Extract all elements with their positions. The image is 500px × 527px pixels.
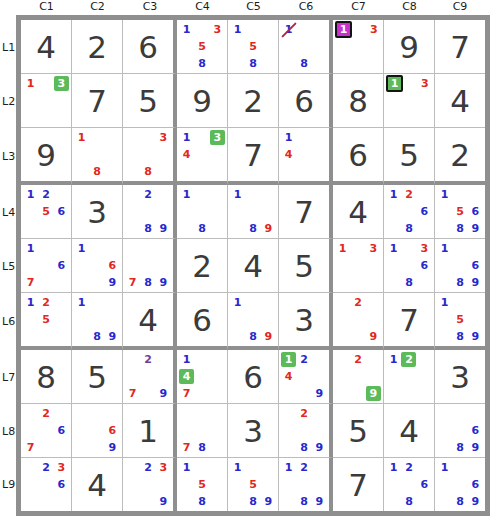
candidate-5: 5 bbox=[245, 38, 260, 55]
candidate-1: 1 bbox=[23, 75, 38, 92]
candidate-6: 6 bbox=[54, 203, 69, 220]
cell-L6C9[interactable]: 1589 bbox=[435, 293, 485, 350]
candidate-9: 9 bbox=[105, 439, 120, 456]
cell-value: 4 bbox=[123, 293, 173, 346]
candidate-2: 2 bbox=[350, 294, 365, 311]
cell-L7C8[interactable]: 12 bbox=[384, 350, 435, 404]
candidate-3: 3 bbox=[210, 129, 225, 146]
candidates-grid: 14 bbox=[281, 129, 327, 180]
cell-value: 6 bbox=[123, 20, 173, 73]
candidate-8: 8 bbox=[452, 493, 467, 510]
candidates-grid: 78 bbox=[179, 405, 225, 456]
candidate-8: 8 bbox=[401, 220, 416, 237]
row-label-L6: L6 bbox=[0, 293, 16, 350]
candidate-6: 6 bbox=[105, 257, 120, 274]
cell-L1C7[interactable]: 13 bbox=[333, 20, 384, 74]
row-label-L9: L9 bbox=[0, 458, 16, 511]
cell-L5C9[interactable]: 1689 bbox=[435, 239, 485, 293]
candidate-1: 1 bbox=[386, 351, 401, 368]
candidate-1: 1 bbox=[23, 240, 38, 257]
candidate-3: 3 bbox=[54, 75, 69, 92]
candidates-grid: 147 bbox=[179, 351, 225, 402]
cell-value: 4 bbox=[384, 404, 434, 457]
cell-value: 7 bbox=[279, 185, 329, 238]
cell-value: 5 bbox=[333, 404, 383, 457]
cell-value: 2 bbox=[177, 239, 227, 292]
candidate-2: 2 bbox=[38, 186, 53, 203]
cell-value: 2 bbox=[435, 128, 485, 181]
cell-L1C1[interactable]: 4 bbox=[21, 20, 72, 74]
candidate-2: 2 bbox=[296, 405, 311, 422]
candidate-6: 6 bbox=[468, 257, 483, 274]
candidate-6: 6 bbox=[417, 257, 432, 274]
cell-value: 6 bbox=[177, 293, 227, 346]
candidate-9: 9 bbox=[156, 220, 171, 237]
cell-L7C2[interactable]: 5 bbox=[72, 350, 123, 404]
candidate-8: 8 bbox=[245, 220, 260, 237]
candidate-1: 1 bbox=[386, 75, 403, 92]
candidate-3: 3 bbox=[367, 21, 382, 38]
candidate-2: 2 bbox=[401, 351, 416, 368]
candidate-8: 8 bbox=[452, 274, 467, 291]
candidate-8: 8 bbox=[296, 55, 311, 72]
highlight-magenta-candidate-1: 1 bbox=[335, 21, 352, 38]
cell-L5C3[interactable]: 789 bbox=[123, 239, 177, 293]
cell-L9C8[interactable]: 1268 bbox=[384, 458, 435, 511]
candidate-8: 8 bbox=[194, 220, 209, 237]
candidates-grid: 13 bbox=[23, 75, 69, 126]
cell-L9C2[interactable]: 4 bbox=[72, 458, 123, 511]
cell-L6C3[interactable]: 4 bbox=[123, 293, 177, 350]
cell-value: 9 bbox=[21, 128, 71, 181]
col-label-C9: C9 bbox=[435, 0, 485, 15]
candidate-5: 5 bbox=[452, 203, 467, 220]
highlight-green-candidate-3: 3 bbox=[54, 76, 69, 91]
cell-L4C6[interactable]: 7 bbox=[279, 185, 333, 239]
candidates-grid: 289 bbox=[125, 186, 171, 237]
cell-L9C7[interactable]: 7 bbox=[333, 458, 384, 511]
candidate-9: 9 bbox=[261, 328, 276, 345]
cell-value: 2 bbox=[72, 20, 122, 73]
cell-L2C5[interactable]: 2 bbox=[228, 74, 279, 128]
candidate-6: 6 bbox=[54, 476, 69, 493]
cell-L8C8[interactable]: 4 bbox=[384, 404, 435, 458]
cell-L5C7[interactable]: 13 bbox=[333, 239, 384, 293]
candidate-6: 6 bbox=[468, 422, 483, 439]
candidate-2: 2 bbox=[350, 351, 365, 368]
candidate-9: 9 bbox=[156, 274, 171, 291]
candidate-4: 4 bbox=[179, 146, 194, 163]
candidate-9: 9 bbox=[105, 328, 120, 345]
candidate-2: 2 bbox=[38, 459, 53, 476]
candidates-grid: 279 bbox=[125, 351, 171, 402]
candidate-4: 4 bbox=[179, 368, 194, 385]
cell-value: 5 bbox=[123, 74, 173, 127]
cell-value: 9 bbox=[177, 74, 227, 127]
candidates-grid: 189 bbox=[230, 294, 276, 345]
cell-L2C4[interactable]: 9 bbox=[177, 74, 228, 128]
cell-L7C6[interactable]: 1249 bbox=[279, 350, 333, 404]
candidate-9: 9 bbox=[366, 328, 381, 345]
candidate-1: 1 bbox=[74, 129, 89, 146]
cell-value: 5 bbox=[279, 239, 329, 292]
cell-L8C9[interactable]: 689 bbox=[435, 404, 485, 458]
candidates-grid: 1268 bbox=[386, 186, 432, 237]
candidates-grid: 29 bbox=[335, 351, 381, 402]
cell-L3C2[interactable]: 18 bbox=[72, 128, 123, 185]
cell-L8C1[interactable]: 267 bbox=[21, 404, 72, 458]
cell-value: 3 bbox=[435, 350, 485, 403]
cell-value: 3 bbox=[279, 293, 329, 346]
cell-value: 3 bbox=[72, 185, 122, 238]
candidate-2: 2 bbox=[140, 186, 155, 203]
candidates-grid: 18 bbox=[179, 186, 225, 237]
col-label-C5: C5 bbox=[228, 0, 279, 15]
candidate-3: 3 bbox=[417, 240, 432, 257]
row-label-L2: L2 bbox=[0, 74, 16, 128]
sudoku-app: C1C2C3C4C5C6C7C8C9 L1L2L3L4L5L6L7L8L9 42… bbox=[0, 0, 500, 527]
candidate-9: 9 bbox=[468, 439, 483, 456]
cell-L5C5[interactable]: 4 bbox=[228, 239, 279, 293]
cell-L6C6[interactable]: 3 bbox=[279, 293, 333, 350]
candidate-9: 9 bbox=[312, 385, 327, 402]
candidate-1: 1 bbox=[179, 186, 194, 203]
cell-L8C6[interactable]: 289 bbox=[279, 404, 333, 458]
candidate-1: 1 bbox=[230, 21, 245, 38]
candidate-1: 1 bbox=[179, 129, 194, 146]
candidate-8: 8 bbox=[140, 163, 155, 180]
candidate-1: 1 bbox=[230, 186, 245, 203]
candidate-2: 2 bbox=[401, 459, 416, 476]
cell-L6C2[interactable]: 189 bbox=[72, 293, 123, 350]
col-label-C6: C6 bbox=[279, 0, 333, 15]
cell-L6C8[interactable]: 7 bbox=[384, 293, 435, 350]
candidate-5: 5 bbox=[194, 476, 209, 493]
candidate-7: 7 bbox=[179, 385, 194, 402]
cell-value: 9 bbox=[384, 20, 434, 73]
candidate-1: 1 bbox=[179, 459, 194, 476]
candidate-2: 2 bbox=[140, 351, 155, 368]
cell-L1C5[interactable]: 158 bbox=[228, 20, 279, 74]
cell-L2C3[interactable]: 5 bbox=[123, 74, 177, 128]
candidate-9: 9 bbox=[468, 274, 483, 291]
candidates-grid: 267 bbox=[23, 405, 69, 456]
cell-L3C6[interactable]: 14 bbox=[279, 128, 333, 185]
highlight-green-candidate-1: 1 bbox=[281, 352, 296, 367]
col-label-C8: C8 bbox=[384, 0, 435, 15]
candidates-grid: 158 bbox=[179, 459, 225, 510]
candidate-3: 3 bbox=[210, 21, 225, 38]
candidate-8: 8 bbox=[296, 493, 311, 510]
candidate-5: 5 bbox=[245, 476, 260, 493]
cell-L2C8[interactable]: 13 bbox=[384, 74, 435, 128]
cell-L2C1[interactable]: 13 bbox=[21, 74, 72, 128]
candidate-1: 1 bbox=[23, 294, 38, 311]
candidates-grid: 13 bbox=[386, 75, 432, 126]
cell-L3C8[interactable]: 5 bbox=[384, 128, 435, 185]
candidate-6: 6 bbox=[417, 476, 432, 493]
cell-L9C3[interactable]: 239 bbox=[123, 458, 177, 511]
row-label-L1: L1 bbox=[0, 20, 16, 74]
cell-L6C1[interactable]: 125 bbox=[21, 293, 72, 350]
candidate-8: 8 bbox=[194, 55, 209, 72]
candidate-1: 1 bbox=[386, 459, 401, 476]
cell-L3C3[interactable]: 38 bbox=[123, 128, 177, 185]
candidate-2: 2 bbox=[296, 459, 311, 476]
candidate-8: 8 bbox=[452, 220, 467, 237]
candidate-6: 6 bbox=[54, 422, 69, 439]
candidates-grid: 125 bbox=[23, 294, 69, 345]
candidate-8: 8 bbox=[245, 55, 260, 72]
cell-value: 7 bbox=[384, 293, 434, 346]
candidate-1: 1 bbox=[437, 294, 452, 311]
candidates-grid: 169 bbox=[74, 240, 120, 291]
candidate-2: 2 bbox=[296, 351, 311, 368]
cell-value: 2 bbox=[228, 74, 278, 127]
row-label-L7: L7 bbox=[0, 350, 16, 404]
candidate-1: 1 bbox=[74, 240, 89, 257]
cell-L1C6[interactable]: 18 bbox=[279, 20, 333, 74]
candidate-9: 9 bbox=[105, 274, 120, 291]
candidate-8: 8 bbox=[452, 439, 467, 456]
cell-L1C8[interactable]: 9 bbox=[384, 20, 435, 74]
candidate-7: 7 bbox=[125, 274, 140, 291]
candidate-9: 9 bbox=[261, 493, 276, 510]
cell-value: 3 bbox=[228, 404, 278, 457]
cell-L7C5[interactable]: 6 bbox=[228, 350, 279, 404]
candidate-2: 2 bbox=[140, 459, 155, 476]
candidates-grid: 1256 bbox=[23, 186, 69, 237]
cell-L9C4[interactable]: 158 bbox=[177, 458, 228, 511]
cell-L6C5[interactable]: 189 bbox=[228, 293, 279, 350]
cell-L4C5[interactable]: 189 bbox=[228, 185, 279, 239]
cell-L5C4[interactable]: 2 bbox=[177, 239, 228, 293]
candidate-5: 5 bbox=[194, 38, 209, 55]
candidates-grid: 689 bbox=[437, 405, 483, 456]
candidate-6: 6 bbox=[468, 476, 483, 493]
row-label-L5: L5 bbox=[0, 239, 16, 293]
candidate-8: 8 bbox=[194, 439, 209, 456]
cell-L4C4[interactable]: 18 bbox=[177, 185, 228, 239]
candidate-9: 9 bbox=[468, 328, 483, 345]
candidate-1: 1 bbox=[281, 21, 296, 38]
candidate-8: 8 bbox=[401, 274, 416, 291]
cell-value: 8 bbox=[21, 350, 71, 403]
cell-value: 4 bbox=[228, 239, 278, 292]
candidate-3: 3 bbox=[156, 129, 171, 146]
cell-value: 7 bbox=[435, 20, 485, 73]
highlight-green-candidate-9: 9 bbox=[366, 386, 381, 401]
candidates-grid: 69 bbox=[74, 405, 120, 456]
candidates-grid: 1689 bbox=[437, 459, 483, 510]
cell-L6C4[interactable]: 6 bbox=[177, 293, 228, 350]
cell-value: 4 bbox=[72, 458, 122, 511]
elimination-slash-icon bbox=[281, 22, 297, 38]
cell-L3C1[interactable]: 9 bbox=[21, 128, 72, 185]
candidate-4: 4 bbox=[281, 146, 296, 163]
cell-L8C4[interactable]: 78 bbox=[177, 404, 228, 458]
candidate-9: 9 bbox=[468, 493, 483, 510]
cell-L4C1[interactable]: 1256 bbox=[21, 185, 72, 239]
highlight-green-candidate-3: 3 bbox=[210, 130, 225, 145]
candidate-1: 1 bbox=[281, 459, 296, 476]
candidate-2: 2 bbox=[38, 294, 53, 311]
candidate-3: 3 bbox=[156, 459, 171, 476]
candidate-8: 8 bbox=[245, 328, 260, 345]
candidates-grid: 1368 bbox=[386, 240, 432, 291]
cell-L4C2[interactable]: 3 bbox=[72, 185, 123, 239]
candidate-8: 8 bbox=[140, 274, 155, 291]
cell-L7C1[interactable]: 8 bbox=[21, 350, 72, 404]
cell-L7C7[interactable]: 29 bbox=[333, 350, 384, 404]
candidates-grid: 13 bbox=[335, 240, 381, 291]
candidate-4: 4 bbox=[281, 368, 296, 385]
cell-L7C4[interactable]: 147 bbox=[177, 350, 228, 404]
candidates-grid: 236 bbox=[23, 459, 69, 510]
cell-value: 4 bbox=[333, 185, 383, 238]
cell-L8C2[interactable]: 69 bbox=[72, 404, 123, 458]
cell-L7C3[interactable]: 279 bbox=[123, 350, 177, 404]
cell-L3C4[interactable]: 134 bbox=[177, 128, 228, 185]
cell-L5C1[interactable]: 167 bbox=[21, 239, 72, 293]
candidate-8: 8 bbox=[452, 328, 467, 345]
cell-L4C7[interactable]: 4 bbox=[333, 185, 384, 239]
candidate-5: 5 bbox=[38, 203, 53, 220]
cell-L7C9[interactable]: 3 bbox=[435, 350, 485, 404]
candidates-grid: 134 bbox=[179, 129, 225, 180]
cell-L2C9[interactable]: 4 bbox=[435, 74, 485, 128]
candidate-7: 7 bbox=[125, 385, 140, 402]
cell-L1C4[interactable]: 1358 bbox=[177, 20, 228, 74]
cell-L1C2[interactable]: 2 bbox=[72, 20, 123, 74]
candidates-grid: 12 bbox=[386, 351, 432, 402]
cell-L9C5[interactable]: 1589 bbox=[228, 458, 279, 511]
cell-L3C7[interactable]: 6 bbox=[333, 128, 384, 185]
cell-L6C7[interactable]: 29 bbox=[333, 293, 384, 350]
candidate-9: 9 bbox=[312, 439, 327, 456]
candidate-2: 2 bbox=[401, 186, 416, 203]
cell-L2C2[interactable]: 7 bbox=[72, 74, 123, 128]
highlight-green-candidate-4: 4 bbox=[179, 369, 194, 384]
candidates-grid: 789 bbox=[125, 240, 171, 291]
candidate-8: 8 bbox=[89, 328, 104, 345]
candidate-6: 6 bbox=[417, 203, 432, 220]
cell-L4C9[interactable]: 15689 bbox=[435, 185, 485, 239]
sudoku-board: 4261358158181397137592681349183813471465… bbox=[16, 15, 490, 516]
candidate-6: 6 bbox=[105, 422, 120, 439]
cell-L2C7[interactable]: 8 bbox=[333, 74, 384, 128]
cell-value: 6 bbox=[279, 74, 329, 127]
cell-L3C9[interactable]: 2 bbox=[435, 128, 485, 185]
col-label-C2: C2 bbox=[72, 0, 123, 15]
cell-L8C3[interactable]: 1 bbox=[123, 404, 177, 458]
candidates-grid: 1268 bbox=[386, 459, 432, 510]
row-label-L3: L3 bbox=[0, 128, 16, 185]
candidates-grid: 1358 bbox=[179, 21, 225, 72]
row-labels: L1L2L3L4L5L6L7L8L9 bbox=[0, 20, 16, 511]
candidate-8: 8 bbox=[194, 493, 209, 510]
candidate-1: 1 bbox=[437, 240, 452, 257]
candidate-1: 1 bbox=[281, 129, 296, 146]
candidate-1: 1 bbox=[23, 186, 38, 203]
candidates-grid: 189 bbox=[230, 186, 276, 237]
cell-L9C6[interactable]: 1289 bbox=[279, 458, 333, 511]
candidate-1: 1 bbox=[335, 240, 350, 257]
cell-value: 7 bbox=[72, 74, 122, 127]
candidate-1: 1 bbox=[230, 459, 245, 476]
cell-L5C2[interactable]: 169 bbox=[72, 239, 123, 293]
candidates-grid: 189 bbox=[74, 294, 120, 345]
candidates-grid: 18 bbox=[281, 21, 327, 72]
candidate-2: 2 bbox=[38, 405, 53, 422]
cell-L5C6[interactable]: 5 bbox=[279, 239, 333, 293]
candidate-7: 7 bbox=[23, 274, 38, 291]
candidates-grid: 15689 bbox=[437, 186, 483, 237]
candidates-grid: 239 bbox=[125, 459, 171, 510]
candidates-grid: 1289 bbox=[281, 459, 327, 510]
cell-L8C5[interactable]: 3 bbox=[228, 404, 279, 458]
cell-L9C9[interactable]: 1689 bbox=[435, 458, 485, 511]
candidate-1: 1 bbox=[386, 240, 401, 257]
candidate-1: 1 bbox=[230, 294, 245, 311]
cell-L4C3[interactable]: 289 bbox=[123, 185, 177, 239]
col-label-C7: C7 bbox=[333, 0, 384, 15]
candidate-9: 9 bbox=[468, 220, 483, 237]
cell-L2C6[interactable]: 6 bbox=[279, 74, 333, 128]
candidate-9: 9 bbox=[156, 385, 171, 402]
candidate-8: 8 bbox=[89, 163, 104, 180]
candidate-1: 1 bbox=[437, 459, 452, 476]
candidates-grid: 1249 bbox=[281, 351, 327, 402]
cell-L9C1[interactable]: 236 bbox=[21, 458, 72, 511]
candidates-grid: 289 bbox=[281, 405, 327, 456]
candidate-1: 1 bbox=[74, 294, 89, 311]
cell-value: 4 bbox=[21, 20, 71, 73]
cell-L8C7[interactable]: 5 bbox=[333, 404, 384, 458]
candidates-grid: 158 bbox=[230, 21, 276, 72]
candidate-3: 3 bbox=[418, 75, 433, 92]
candidates-grid: 1589 bbox=[437, 294, 483, 345]
highlight-green-candidate-2: 2 bbox=[401, 352, 416, 367]
cell-L5C8[interactable]: 1368 bbox=[384, 239, 435, 293]
cell-value: 8 bbox=[333, 74, 383, 127]
row-label-L4: L4 bbox=[0, 185, 16, 239]
cell-L1C3[interactable]: 6 bbox=[123, 20, 177, 74]
cell-value: 6 bbox=[228, 350, 278, 403]
candidate-1: 1 bbox=[281, 351, 296, 368]
candidate-1: 1 bbox=[179, 351, 194, 368]
cell-value: 7 bbox=[333, 458, 383, 511]
candidate-6: 6 bbox=[54, 257, 69, 274]
column-labels: C1C2C3C4C5C6C7C8C9 bbox=[21, 0, 485, 15]
cell-L4C8[interactable]: 1268 bbox=[384, 185, 435, 239]
cell-L3C5[interactable]: 7 bbox=[228, 128, 279, 185]
cell-L1C9[interactable]: 7 bbox=[435, 20, 485, 74]
candidate-8: 8 bbox=[401, 493, 416, 510]
candidate-1: 1 bbox=[335, 21, 352, 38]
cell-value: 1 bbox=[123, 404, 173, 457]
candidate-7: 7 bbox=[179, 439, 194, 456]
col-label-C1: C1 bbox=[21, 0, 72, 15]
candidate-5: 5 bbox=[452, 311, 467, 328]
candidates-grid: 1689 bbox=[437, 240, 483, 291]
candidates-grid: 167 bbox=[23, 240, 69, 291]
candidates-grid: 1589 bbox=[230, 459, 276, 510]
cell-value: 6 bbox=[333, 128, 383, 181]
candidate-9: 9 bbox=[312, 493, 327, 510]
cell-value: 7 bbox=[228, 128, 278, 181]
cell-value: 5 bbox=[72, 350, 122, 403]
